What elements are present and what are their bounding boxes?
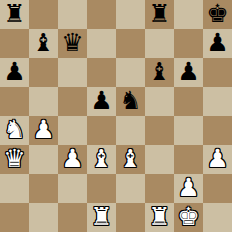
- white-pawn-piece[interactable]: ♟: [61, 146, 83, 171]
- white-knight-piece[interactable]: ♞: [3, 117, 25, 142]
- white-rook-piece[interactable]: ♜: [90, 204, 112, 229]
- square-e5[interactable]: ♞: [116, 87, 145, 116]
- square-d6[interactable]: [87, 58, 116, 87]
- black-bishop-piece[interactable]: ♝: [148, 59, 170, 84]
- white-queen-piece[interactable]: ♛: [3, 146, 25, 171]
- square-h3[interactable]: ♟: [203, 145, 232, 174]
- square-g8[interactable]: [174, 0, 203, 29]
- square-h7[interactable]: ♟: [203, 29, 232, 58]
- square-f6[interactable]: ♝: [145, 58, 174, 87]
- square-e6[interactable]: [116, 58, 145, 87]
- square-h1[interactable]: [203, 203, 232, 232]
- square-d3[interactable]: ♝: [87, 145, 116, 174]
- chess-board: ♜♜♚♝♛♟♟♝♟♟♞♞♟♛♟♝♝♟♟♜♜♚: [0, 0, 232, 232]
- white-bishop-piece[interactable]: ♝: [119, 146, 141, 171]
- square-c2[interactable]: [58, 174, 87, 203]
- square-a7[interactable]: [0, 29, 29, 58]
- square-h2[interactable]: [203, 174, 232, 203]
- white-bishop-piece[interactable]: ♝: [90, 146, 112, 171]
- square-a5[interactable]: [0, 87, 29, 116]
- white-pawn-piece[interactable]: ♟: [177, 175, 199, 200]
- square-e2[interactable]: [116, 174, 145, 203]
- square-h5[interactable]: [203, 87, 232, 116]
- square-h4[interactable]: [203, 116, 232, 145]
- square-b7[interactable]: ♝: [29, 29, 58, 58]
- square-f1[interactable]: ♜: [145, 203, 174, 232]
- square-c4[interactable]: [58, 116, 87, 145]
- square-b5[interactable]: [29, 87, 58, 116]
- square-d5[interactable]: ♟: [87, 87, 116, 116]
- black-knight-piece[interactable]: ♞: [119, 88, 141, 113]
- square-d7[interactable]: [87, 29, 116, 58]
- square-d4[interactable]: [87, 116, 116, 145]
- square-b1[interactable]: [29, 203, 58, 232]
- square-a1[interactable]: [0, 203, 29, 232]
- square-b8[interactable]: [29, 0, 58, 29]
- square-a6[interactable]: ♟: [0, 58, 29, 87]
- square-d2[interactable]: [87, 174, 116, 203]
- square-g7[interactable]: [174, 29, 203, 58]
- black-rook-piece[interactable]: ♜: [148, 1, 170, 26]
- square-g6[interactable]: ♟: [174, 58, 203, 87]
- square-c6[interactable]: [58, 58, 87, 87]
- square-f5[interactable]: [145, 87, 174, 116]
- square-d8[interactable]: [87, 0, 116, 29]
- black-pawn-piece[interactable]: ♟: [90, 88, 112, 113]
- square-h6[interactable]: [203, 58, 232, 87]
- white-king-piece[interactable]: ♚: [177, 204, 199, 229]
- white-pawn-piece[interactable]: ♟: [32, 117, 54, 142]
- square-f7[interactable]: [145, 29, 174, 58]
- black-pawn-piece[interactable]: ♟: [177, 59, 199, 84]
- black-queen-piece[interactable]: ♛: [61, 30, 83, 55]
- square-b6[interactable]: [29, 58, 58, 87]
- square-c5[interactable]: [58, 87, 87, 116]
- square-e8[interactable]: [116, 0, 145, 29]
- square-b3[interactable]: [29, 145, 58, 174]
- square-c7[interactable]: ♛: [58, 29, 87, 58]
- black-rook-piece[interactable]: ♜: [3, 1, 25, 26]
- square-a8[interactable]: ♜: [0, 0, 29, 29]
- white-pawn-piece[interactable]: ♟: [206, 146, 228, 171]
- square-b2[interactable]: [29, 174, 58, 203]
- square-a2[interactable]: [0, 174, 29, 203]
- square-d1[interactable]: ♜: [87, 203, 116, 232]
- square-a3[interactable]: ♛: [0, 145, 29, 174]
- square-g5[interactable]: [174, 87, 203, 116]
- square-g1[interactable]: ♚: [174, 203, 203, 232]
- square-h8[interactable]: ♚: [203, 0, 232, 29]
- square-e4[interactable]: [116, 116, 145, 145]
- square-a4[interactable]: ♞: [0, 116, 29, 145]
- square-f8[interactable]: ♜: [145, 0, 174, 29]
- square-e3[interactable]: ♝: [116, 145, 145, 174]
- square-e1[interactable]: [116, 203, 145, 232]
- square-g4[interactable]: [174, 116, 203, 145]
- white-rook-piece[interactable]: ♜: [148, 204, 170, 229]
- black-pawn-piece[interactable]: ♟: [3, 59, 25, 84]
- black-pawn-piece[interactable]: ♟: [206, 30, 228, 55]
- square-f4[interactable]: [145, 116, 174, 145]
- black-bishop-piece[interactable]: ♝: [32, 30, 54, 55]
- square-g3[interactable]: [174, 145, 203, 174]
- square-f2[interactable]: [145, 174, 174, 203]
- square-b4[interactable]: ♟: [29, 116, 58, 145]
- square-c3[interactable]: ♟: [58, 145, 87, 174]
- square-c1[interactable]: [58, 203, 87, 232]
- square-f3[interactable]: [145, 145, 174, 174]
- square-g2[interactable]: ♟: [174, 174, 203, 203]
- square-c8[interactable]: [58, 0, 87, 29]
- black-king-piece[interactable]: ♚: [206, 1, 228, 26]
- square-e7[interactable]: [116, 29, 145, 58]
